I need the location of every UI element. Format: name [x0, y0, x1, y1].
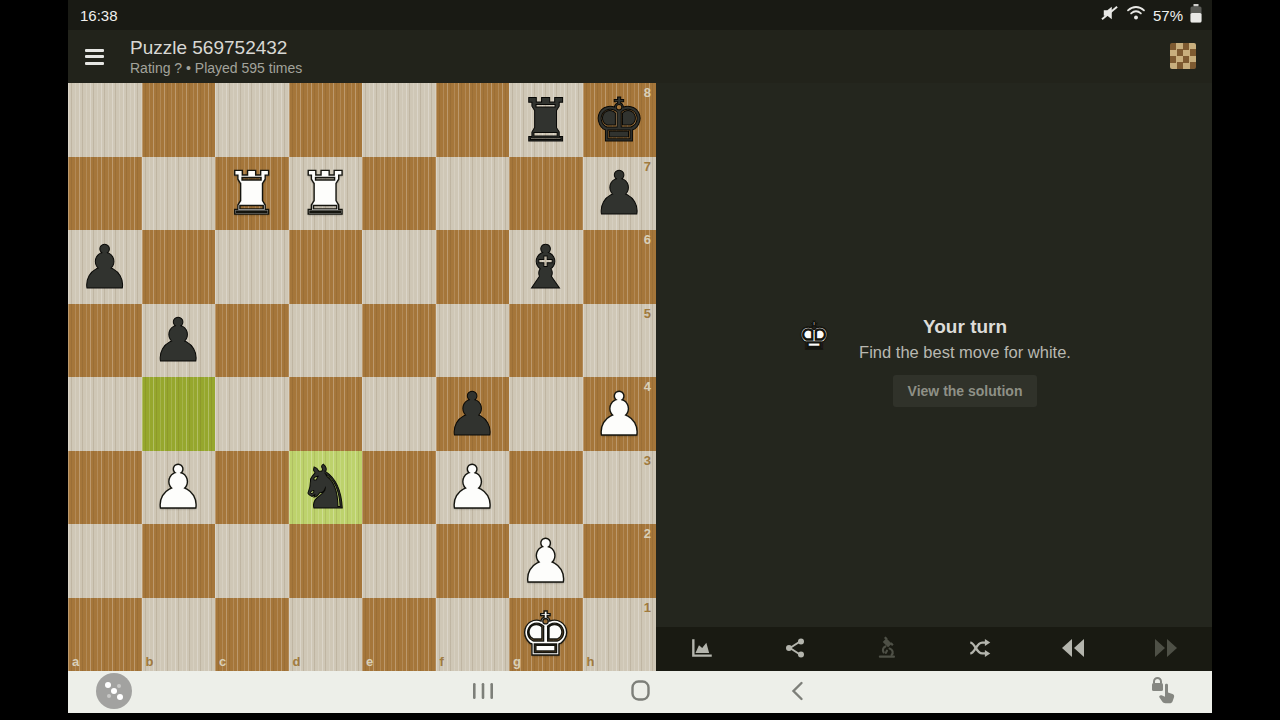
square-d4[interactable]: [289, 377, 363, 451]
back-icon: [790, 681, 804, 704]
analysis-chart-button[interactable]: [656, 627, 749, 671]
coord-rank-7: 7: [644, 159, 651, 174]
piece-wp-f3[interactable]: ♟: [436, 451, 510, 525]
piece-wr-d7[interactable]: ♜: [289, 157, 363, 231]
square-a1[interactable]: a: [68, 598, 142, 672]
home-icon: [631, 680, 650, 704]
square-e2[interactable]: [362, 524, 436, 598]
chess-board: ♜♚8♜♜♟7♟♝6♟5♟♟4♟♞♟3♟2abcdef♚g1h: [68, 83, 656, 671]
square-b8[interactable]: [142, 83, 216, 157]
header-text: Puzzle 569752432 Rating ? • Played 595 t…: [130, 36, 302, 77]
square-e4[interactable]: [362, 377, 436, 451]
rewind-button[interactable]: [1027, 627, 1120, 671]
wifi-icon: [1126, 5, 1146, 25]
touch-lock-button[interactable]: [1138, 671, 1188, 713]
square-d7[interactable]: ♜: [289, 157, 363, 231]
board-thumbnail-icon[interactable]: [1170, 43, 1196, 69]
coord-file-e: e: [366, 654, 373, 669]
share-button[interactable]: [749, 627, 842, 671]
battery-percent: 57%: [1153, 7, 1183, 24]
app-header: Puzzle 569752432 Rating ? • Played 595 t…: [68, 30, 1212, 83]
square-a6[interactable]: ♟: [68, 230, 142, 304]
share-icon: [783, 636, 807, 663]
square-g2[interactable]: ♟: [509, 524, 583, 598]
square-e6[interactable]: [362, 230, 436, 304]
piece-bb-g6[interactable]: ♝: [509, 230, 583, 304]
square-d6[interactable]: [289, 230, 363, 304]
square-h1[interactable]: 1h: [583, 598, 657, 672]
analysis-microscope-icon: [875, 635, 901, 664]
assistant-menu-icon: [94, 671, 134, 714]
square-b5[interactable]: ♟: [142, 304, 216, 378]
rewind-icon: [1060, 637, 1086, 662]
clock: 16:38: [80, 7, 118, 24]
square-d2[interactable]: [289, 524, 363, 598]
square-f4[interactable]: ♟: [436, 377, 510, 451]
coord-rank-4: 4: [644, 379, 651, 394]
coord-rank-2: 2: [644, 526, 651, 541]
coord-rank-5: 5: [644, 306, 651, 321]
square-g5[interactable]: [509, 304, 583, 378]
square-b6[interactable]: [142, 230, 216, 304]
device-screen: 16:38 57% Puzzle 569752432 Rating ? • Pl…: [68, 0, 1212, 713]
piece-bn-d3[interactable]: ♞: [289, 451, 363, 525]
square-b1[interactable]: b: [142, 598, 216, 672]
square-e3[interactable]: [362, 451, 436, 525]
square-f1[interactable]: f: [436, 598, 510, 672]
coord-file-h: h: [587, 654, 595, 669]
white-king-icon: ♚: [797, 317, 831, 355]
piece-bp-b5[interactable]: ♟: [142, 304, 216, 378]
square-d3[interactable]: ♞: [289, 451, 363, 525]
square-h8[interactable]: ♚8: [583, 83, 657, 157]
square-a3[interactable]: [68, 451, 142, 525]
square-c7[interactable]: ♜: [215, 157, 289, 231]
square-h6[interactable]: 6: [583, 230, 657, 304]
coord-rank-1: 1: [644, 600, 651, 615]
coord-file-d: d: [293, 654, 301, 669]
coord-file-g: g: [513, 654, 521, 669]
shuffle-continue-button[interactable]: [934, 627, 1027, 671]
square-g3[interactable]: [509, 451, 583, 525]
square-f5[interactable]: [436, 304, 510, 378]
analysis-microscope-button[interactable]: [841, 627, 934, 671]
square-g4[interactable]: [509, 377, 583, 451]
battery-icon: [1190, 4, 1202, 27]
mute-icon: [1101, 5, 1119, 25]
square-e7[interactable]: [362, 157, 436, 231]
piece-wr-c7[interactable]: ♜: [215, 157, 289, 231]
fast-forward-button[interactable]: [1119, 627, 1212, 671]
square-g1[interactable]: ♚g: [509, 598, 583, 672]
square-d8[interactable]: [289, 83, 363, 157]
square-b2[interactable]: [142, 524, 216, 598]
coord-rank-3: 3: [644, 453, 651, 468]
assistant-menu-button[interactable]: [92, 671, 136, 713]
square-c8[interactable]: [215, 83, 289, 157]
recents-button[interactable]: [461, 671, 505, 713]
square-c2[interactable]: [215, 524, 289, 598]
coord-file-a: a: [72, 654, 79, 669]
coord-file-c: c: [219, 654, 226, 669]
square-a8[interactable]: [68, 83, 142, 157]
your-turn-title: Your turn: [923, 315, 1007, 339]
square-c6[interactable]: [215, 230, 289, 304]
hamburger-icon: [85, 49, 104, 65]
coord-rank-6: 6: [644, 232, 651, 247]
coord-file-b: b: [146, 654, 154, 669]
your-turn-section: ♚ Your turn Find the best move for white…: [656, 315, 1212, 407]
shuffle-icon: [967, 635, 993, 664]
square-f3[interactable]: ♟: [436, 451, 510, 525]
square-a4[interactable]: [68, 377, 142, 451]
square-g7[interactable]: [509, 157, 583, 231]
android-nav-bar: [68, 671, 1212, 713]
square-c1[interactable]: c: [215, 598, 289, 672]
square-c5[interactable]: [215, 304, 289, 378]
touch-lock-icon: [1146, 674, 1180, 711]
piece-bp-a6[interactable]: ♟: [68, 230, 142, 304]
home-button[interactable]: [618, 671, 662, 713]
piece-wp-b3[interactable]: ♟: [142, 451, 216, 525]
square-d5[interactable]: [289, 304, 363, 378]
square-c3[interactable]: [215, 451, 289, 525]
square-b4[interactable]: [142, 377, 216, 451]
piece-wp-g2[interactable]: ♟: [509, 524, 583, 598]
square-c4[interactable]: [215, 377, 289, 451]
analysis-chart-icon: [689, 635, 715, 664]
status-bar: 16:38 57%: [68, 0, 1212, 30]
square-f8[interactable]: [436, 83, 510, 157]
status-icons: 57%: [1101, 4, 1202, 27]
square-b7[interactable]: [142, 157, 216, 231]
view-solution-button[interactable]: View the solution: [893, 375, 1038, 407]
square-h4[interactable]: ♟4: [583, 377, 657, 451]
puzzle-side-panel: ♚ Your turn Find the best move for white…: [656, 83, 1212, 671]
square-a2[interactable]: [68, 524, 142, 598]
square-a7[interactable]: [68, 157, 142, 231]
square-g6[interactable]: ♝: [509, 230, 583, 304]
back-button[interactable]: [775, 671, 819, 713]
menu-button[interactable]: [68, 30, 120, 83]
coord-rank-8: 8: [644, 85, 651, 100]
square-e5[interactable]: [362, 304, 436, 378]
recents-icon: [472, 682, 494, 703]
square-h7[interactable]: ♟7: [583, 157, 657, 231]
square-h3[interactable]: 3: [583, 451, 657, 525]
square-b3[interactable]: ♟: [142, 451, 216, 525]
square-d1[interactable]: d: [289, 598, 363, 672]
coord-file-f: f: [440, 654, 444, 669]
square-h5[interactable]: 5: [583, 304, 657, 378]
your-turn-subtitle: Find the best move for white.: [859, 341, 1071, 363]
page-subtitle: Rating ? • Played 595 times: [130, 59, 302, 77]
square-f7[interactable]: [436, 157, 510, 231]
square-g8[interactable]: ♜: [509, 83, 583, 157]
action-bar: [656, 627, 1212, 671]
square-e8[interactable]: [362, 83, 436, 157]
square-e1[interactable]: e: [362, 598, 436, 672]
page-title: Puzzle 569752432: [130, 36, 302, 59]
piece-bp-f4[interactable]: ♟: [436, 377, 510, 451]
fast-forward-icon: [1153, 637, 1179, 662]
square-h2[interactable]: 2: [583, 524, 657, 598]
piece-br-g8[interactable]: ♜: [509, 83, 583, 157]
square-f6[interactable]: [436, 230, 510, 304]
square-a5[interactable]: [68, 304, 142, 378]
square-f2[interactable]: [436, 524, 510, 598]
